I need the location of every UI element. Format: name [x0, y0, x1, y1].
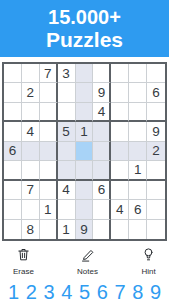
- cell-r2c7[interactable]: [111, 83, 129, 102]
- numpad-5[interactable]: 5: [79, 281, 90, 300]
- cell-r9c7[interactable]: [111, 220, 129, 239]
- cell-r9c3[interactable]: [40, 220, 58, 239]
- cell-r9c5[interactable]: 9: [76, 220, 94, 239]
- header-line1: 15.000+: [48, 6, 121, 28]
- header-line2: Puzzles: [46, 28, 123, 52]
- lightbulb-icon: [141, 247, 156, 265]
- numpad-9[interactable]: 9: [150, 281, 161, 300]
- cell-r9c6[interactable]: [93, 220, 111, 239]
- cell-r5c2[interactable]: [22, 142, 40, 161]
- cell-r7c2[interactable]: 7: [22, 181, 40, 200]
- cell-r1c4[interactable]: 3: [58, 64, 76, 83]
- notes-button[interactable]: Notes: [77, 247, 98, 276]
- cell-r5c3[interactable]: [40, 142, 58, 161]
- cell-r4c9[interactable]: 9: [147, 122, 165, 141]
- cell-r4c2[interactable]: 4: [22, 122, 40, 141]
- cell-r6c8[interactable]: 1: [129, 161, 147, 180]
- numpad-6[interactable]: 6: [97, 281, 108, 300]
- erase-label: Erase: [13, 267, 34, 276]
- cell-r1c7[interactable]: [111, 64, 129, 83]
- cell-r4c8[interactable]: [129, 122, 147, 141]
- cell-r6c5[interactable]: [76, 161, 94, 180]
- cell-r2c6[interactable]: 9: [93, 83, 111, 102]
- cell-r6c9[interactable]: [147, 161, 165, 180]
- cell-r2c1[interactable]: [4, 83, 22, 102]
- cell-r4c4[interactable]: 5: [58, 122, 76, 141]
- hint-button[interactable]: Hint: [141, 247, 156, 276]
- cell-r7c7[interactable]: [111, 181, 129, 200]
- cell-r4c3[interactable]: [40, 122, 58, 141]
- cell-r7c8[interactable]: [129, 181, 147, 200]
- cell-r2c8[interactable]: [129, 83, 147, 102]
- cell-r3c1[interactable]: [4, 103, 22, 122]
- cell-r3c8[interactable]: [129, 103, 147, 122]
- cell-r5c8[interactable]: [129, 142, 147, 161]
- numpad-3[interactable]: 3: [43, 281, 54, 300]
- cell-r9c1[interactable]: [4, 220, 22, 239]
- cell-r8c8[interactable]: 6: [129, 200, 147, 219]
- cell-r2c2[interactable]: 2: [22, 83, 40, 102]
- cell-r3c5[interactable]: [76, 103, 94, 122]
- cell-r3c9[interactable]: [147, 103, 165, 122]
- pencil-icon: [80, 247, 95, 265]
- cell-r6c3[interactable]: [40, 161, 58, 180]
- cell-r1c1[interactable]: [4, 64, 22, 83]
- notes-label: Notes: [77, 267, 98, 276]
- numpad-4[interactable]: 4: [61, 281, 72, 300]
- cell-r8c4[interactable]: [58, 200, 76, 219]
- cell-r5c7[interactable]: [111, 142, 129, 161]
- cell-r3c2[interactable]: [22, 103, 40, 122]
- sudoku-board: 7329644519621746146819: [2, 62, 167, 241]
- cell-r4c5[interactable]: 1: [76, 122, 94, 141]
- cell-r5c1[interactable]: 6: [4, 142, 22, 161]
- cell-r5c5[interactable]: [76, 142, 94, 161]
- cell-r6c1[interactable]: [4, 161, 22, 180]
- cell-r8c7[interactable]: 4: [111, 200, 129, 219]
- numpad-1[interactable]: 1: [8, 281, 19, 300]
- cell-r1c6[interactable]: [93, 64, 111, 83]
- cell-r2c4[interactable]: [58, 83, 76, 102]
- cell-r8c5[interactable]: [76, 200, 94, 219]
- cell-r9c8[interactable]: [129, 220, 147, 239]
- cell-r1c2[interactable]: [22, 64, 40, 83]
- cell-r4c7[interactable]: [111, 122, 129, 141]
- cell-r6c7[interactable]: [111, 161, 129, 180]
- cell-r5c6[interactable]: [93, 142, 111, 161]
- cell-r5c9[interactable]: 2: [147, 142, 165, 161]
- cell-r9c9[interactable]: [147, 220, 165, 239]
- toolbar: Erase Notes Hint: [0, 247, 169, 276]
- cell-r2c9[interactable]: 6: [147, 83, 165, 102]
- cell-r8c6[interactable]: [93, 200, 111, 219]
- cell-r8c2[interactable]: [22, 200, 40, 219]
- numpad-2[interactable]: 2: [26, 281, 37, 300]
- cell-r8c9[interactable]: [147, 200, 165, 219]
- cell-r1c9[interactable]: [147, 64, 165, 83]
- cell-r7c4[interactable]: 4: [58, 181, 76, 200]
- header-banner: 15.000+ Puzzles: [0, 0, 169, 57]
- cell-r1c3[interactable]: 7: [40, 64, 58, 83]
- numpad-7[interactable]: 7: [114, 281, 125, 300]
- cell-r9c4[interactable]: 1: [58, 220, 76, 239]
- hint-label: Hint: [141, 267, 155, 276]
- cell-r7c1[interactable]: [4, 181, 22, 200]
- cell-r7c9[interactable]: [147, 181, 165, 200]
- cell-r1c5[interactable]: [76, 64, 94, 83]
- cell-r4c1[interactable]: [4, 122, 22, 141]
- cell-r4c6[interactable]: [93, 122, 111, 141]
- cell-r6c6[interactable]: [93, 161, 111, 180]
- cell-r7c6[interactable]: 6: [93, 181, 111, 200]
- cell-r3c4[interactable]: [58, 103, 76, 122]
- cell-r8c3[interactable]: 1: [40, 200, 58, 219]
- cell-r1c8[interactable]: [129, 64, 147, 83]
- cell-r2c5[interactable]: [76, 83, 94, 102]
- cell-r3c3[interactable]: [40, 103, 58, 122]
- numpad-8[interactable]: 8: [132, 281, 143, 300]
- cell-r3c6[interactable]: 4: [93, 103, 111, 122]
- cell-r3c7[interactable]: [111, 103, 129, 122]
- erase-button[interactable]: Erase: [13, 247, 34, 276]
- cell-r8c1[interactable]: [4, 200, 22, 219]
- trash-icon: [16, 247, 31, 265]
- number-pad: 123456789: [0, 281, 169, 300]
- cell-r6c4[interactable]: [58, 161, 76, 180]
- cell-r9c2[interactable]: 8: [22, 220, 40, 239]
- cell-r5c4[interactable]: [58, 142, 76, 161]
- cell-r7c3[interactable]: [40, 181, 58, 200]
- cell-r6c2[interactable]: [22, 161, 40, 180]
- cell-r2c3[interactable]: [40, 83, 58, 102]
- cell-r7c5[interactable]: [76, 181, 94, 200]
